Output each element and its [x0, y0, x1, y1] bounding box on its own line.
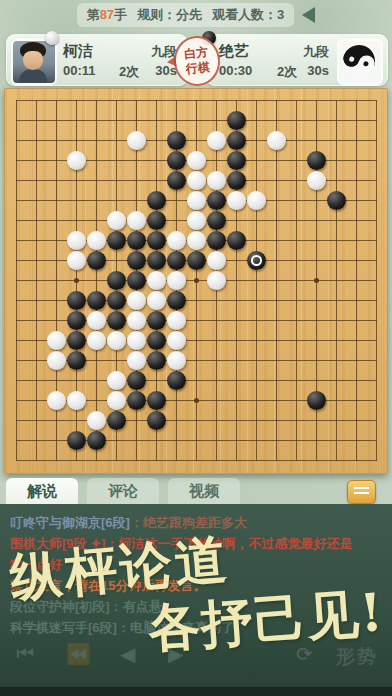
tab-视频[interactable]: 视频 — [168, 478, 240, 504]
black-stone — [107, 231, 126, 250]
white-stone — [87, 311, 106, 330]
black-stone — [127, 231, 146, 250]
black-stone — [227, 131, 246, 150]
white-stone — [87, 411, 106, 430]
byoyomi-count: 2次 — [119, 63, 139, 81]
white-stone — [67, 251, 86, 270]
white-stone — [127, 291, 146, 310]
black-stone — [307, 391, 326, 410]
game-info-pill: 第87手 规则：分先 观看人数：3 — [77, 3, 295, 27]
white-stone — [107, 331, 126, 350]
white-stone — [187, 211, 206, 230]
white-stone — [107, 211, 126, 230]
white-stone — [127, 131, 146, 150]
black-stone — [207, 211, 226, 230]
white-stone — [267, 131, 286, 150]
black-stone — [107, 311, 126, 330]
star-point — [314, 278, 319, 283]
black-stone — [167, 291, 186, 310]
black-stone — [87, 251, 106, 270]
white-stone — [167, 311, 186, 330]
white-stone — [147, 271, 166, 290]
white-stone — [147, 291, 166, 310]
white-stone — [167, 271, 186, 290]
white-stone — [187, 191, 206, 210]
black-stone — [67, 331, 86, 350]
white-stone — [187, 231, 206, 250]
white-stone — [67, 151, 86, 170]
black-stone — [307, 151, 326, 170]
black-stone — [67, 431, 86, 450]
black-stone — [227, 171, 246, 190]
black-stone — [107, 291, 126, 310]
white-stone — [207, 251, 226, 270]
black-stone — [107, 411, 126, 430]
black-stone — [167, 171, 186, 190]
white-stone — [207, 271, 226, 290]
black-stone — [227, 111, 246, 130]
white-stone-badge — [45, 31, 59, 45]
tab-bar: 解说评论视频 — [6, 478, 386, 504]
player-name: 柯洁 — [63, 42, 93, 61]
black-stone — [207, 231, 226, 250]
byoyomi-seconds: 30s — [307, 63, 329, 78]
black-stone — [67, 351, 86, 370]
white-stone — [187, 171, 206, 190]
black-stone — [327, 191, 346, 210]
white-stone — [67, 391, 86, 410]
white-stone — [187, 151, 206, 170]
collapse-left-icon[interactable] — [302, 7, 315, 23]
white-stone — [47, 331, 66, 350]
black-stone — [147, 311, 166, 330]
white-stone — [87, 231, 106, 250]
black-stone — [147, 211, 166, 230]
black-stone — [167, 371, 186, 390]
yinyang-icon — [339, 41, 379, 81]
kejie-avatar[interactable] — [11, 39, 57, 85]
skip-to-start-icon[interactable]: ⏮ — [16, 642, 34, 665]
jueyi-avatar[interactable] — [337, 39, 383, 85]
black-stone — [107, 271, 126, 290]
black-stone — [227, 231, 246, 250]
black-stone — [127, 271, 146, 290]
black-stone — [147, 191, 166, 210]
player-clock: 00:11 — [63, 63, 96, 78]
player-rank: 九段 — [303, 43, 329, 61]
black-stone — [207, 191, 226, 210]
white-stone — [127, 311, 146, 330]
tab-评论[interactable]: 评论 — [87, 478, 159, 504]
black-stone — [127, 251, 146, 270]
black-stone — [187, 251, 206, 270]
black-stone — [87, 431, 106, 450]
black-stone — [127, 391, 146, 410]
black-stone — [147, 331, 166, 350]
white-stone — [127, 351, 146, 370]
tab-解说[interactable]: 解说 — [6, 478, 78, 504]
player-panel-jueyi: 绝艺 九段 00:30 2次 30s — [206, 34, 388, 86]
white-stone — [167, 331, 186, 350]
go-board[interactable] — [4, 88, 388, 474]
white-stone — [87, 331, 106, 350]
top-status-bar: 第87手 规则：分先 观看人数：3 — [0, 2, 392, 28]
white-stone — [107, 371, 126, 390]
star-point — [74, 278, 79, 283]
black-stone — [87, 291, 106, 310]
rules-label: 规则：分先 — [137, 6, 202, 24]
go-app-screen: 第87手 规则：分先 观看人数：3 柯洁 九段 00:11 2次 30s 白方 … — [0, 0, 392, 696]
white-stone — [47, 391, 66, 410]
black-stone — [147, 391, 166, 410]
white-stone — [107, 391, 126, 410]
fast-rewind-icon[interactable]: ⏪ — [66, 642, 91, 666]
go-board-grid[interactable] — [16, 100, 377, 461]
player-clock: 00:30 — [219, 63, 252, 78]
white-stone — [127, 211, 146, 230]
white-stone — [207, 131, 226, 150]
black-stone — [147, 351, 166, 370]
black-stone — [147, 411, 166, 430]
white-stone — [167, 231, 186, 250]
black-stone — [67, 311, 86, 330]
black-stone — [167, 151, 186, 170]
star-point — [194, 398, 199, 403]
chat-bubble-icon — [347, 480, 376, 504]
black-stone — [227, 151, 246, 170]
white-stone — [47, 351, 66, 370]
black-stone — [167, 131, 186, 150]
player-name: 绝艺 — [219, 42, 249, 61]
bottom-strip — [0, 687, 392, 696]
black-stone — [67, 291, 86, 310]
black-stone — [147, 231, 166, 250]
byoyomi-count: 2次 — [277, 63, 297, 81]
white-stone — [247, 191, 266, 210]
star-point — [194, 278, 199, 283]
white-stone — [167, 351, 186, 370]
white-stone — [207, 171, 226, 190]
white-stone — [67, 231, 86, 250]
move-counter: 第87手 — [87, 6, 127, 24]
viewers-label: 观看人数：3 — [212, 6, 284, 24]
black-stone — [167, 251, 186, 270]
player-panel-kejie: 柯洁 九段 00:11 2次 30s — [6, 34, 188, 86]
white-stone — [307, 171, 326, 190]
black-stone — [127, 371, 146, 390]
white-stone — [127, 331, 146, 350]
white-stone — [227, 191, 246, 210]
last-move-stone — [247, 251, 266, 270]
step-back-icon[interactable]: ◀ — [120, 642, 135, 666]
black-stone — [147, 251, 166, 270]
